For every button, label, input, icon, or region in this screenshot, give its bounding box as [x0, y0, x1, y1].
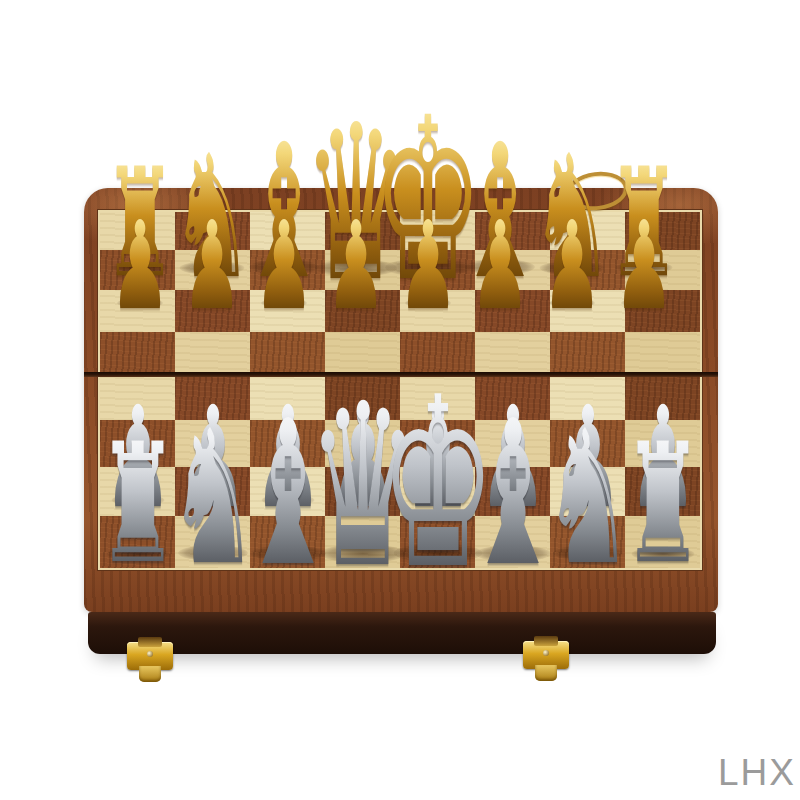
- square-d8: [325, 212, 400, 250]
- square-a4: [100, 375, 175, 420]
- square-f6: [475, 290, 550, 332]
- square-h3: [625, 420, 700, 467]
- square-g1: [550, 516, 625, 568]
- square-f4: [475, 375, 550, 420]
- square-a8: [100, 212, 175, 250]
- product-photo: ♜♞♝♛♚♝♞♜♟♟♟♟♟♟♟♟♟♟♟♟♟♟♟♟♜♞♝♛♚♝♞♜ LHX: [0, 0, 800, 800]
- square-f5: [475, 332, 550, 375]
- square-g3: [550, 420, 625, 467]
- watermark-text: LHX: [718, 752, 796, 794]
- square-c7: [250, 250, 325, 290]
- square-e8: [400, 212, 475, 250]
- square-d4: [325, 375, 400, 420]
- square-f3: [475, 420, 550, 467]
- square-d2: [325, 467, 400, 516]
- square-e6: [400, 290, 475, 332]
- square-h1: [625, 516, 700, 568]
- square-h8: [625, 212, 700, 250]
- square-g8: [550, 212, 625, 250]
- square-b2: [175, 467, 250, 516]
- square-c6: [250, 290, 325, 332]
- square-d1: [325, 516, 400, 568]
- square-c2: [250, 467, 325, 516]
- square-c5: [250, 332, 325, 375]
- latch-pin-icon: [543, 650, 549, 656]
- square-b3: [175, 420, 250, 467]
- square-g2: [550, 467, 625, 516]
- square-f7: [475, 250, 550, 290]
- square-c8: [250, 212, 325, 250]
- square-b4: [175, 375, 250, 420]
- square-e7: [400, 250, 475, 290]
- square-b7: [175, 250, 250, 290]
- square-b5: [175, 332, 250, 375]
- square-a6: [100, 290, 175, 332]
- square-a3: [100, 420, 175, 467]
- square-e1: [400, 516, 475, 568]
- square-h5: [625, 332, 700, 375]
- square-c3: [250, 420, 325, 467]
- latch-pin-icon: [147, 651, 153, 657]
- square-g4: [550, 375, 625, 420]
- square-b8: [175, 212, 250, 250]
- gold-latch-right-icon: [523, 641, 569, 669]
- square-f1: [475, 516, 550, 568]
- square-a5: [100, 332, 175, 375]
- chess-board: [98, 210, 702, 570]
- square-c4: [250, 375, 325, 420]
- square-a2: [100, 467, 175, 516]
- square-g6: [550, 290, 625, 332]
- box-front-panel: [88, 612, 716, 654]
- square-e4: [400, 375, 475, 420]
- square-e2: [400, 467, 475, 516]
- square-h2: [625, 467, 700, 516]
- square-e3: [400, 420, 475, 467]
- square-h6: [625, 290, 700, 332]
- square-c1: [250, 516, 325, 568]
- gold-latch-left-icon: [127, 642, 173, 670]
- square-f8: [475, 212, 550, 250]
- square-d6: [325, 290, 400, 332]
- square-b6: [175, 290, 250, 332]
- square-b1: [175, 516, 250, 568]
- square-d7: [325, 250, 400, 290]
- square-d3: [325, 420, 400, 467]
- square-e5: [400, 332, 475, 375]
- fold-seam: [84, 372, 718, 377]
- chess-box: [84, 188, 718, 612]
- square-a1: [100, 516, 175, 568]
- square-g7: [550, 250, 625, 290]
- square-h7: [625, 250, 700, 290]
- square-a7: [100, 250, 175, 290]
- square-f2: [475, 467, 550, 516]
- square-h4: [625, 375, 700, 420]
- square-d5: [325, 332, 400, 375]
- square-g5: [550, 332, 625, 375]
